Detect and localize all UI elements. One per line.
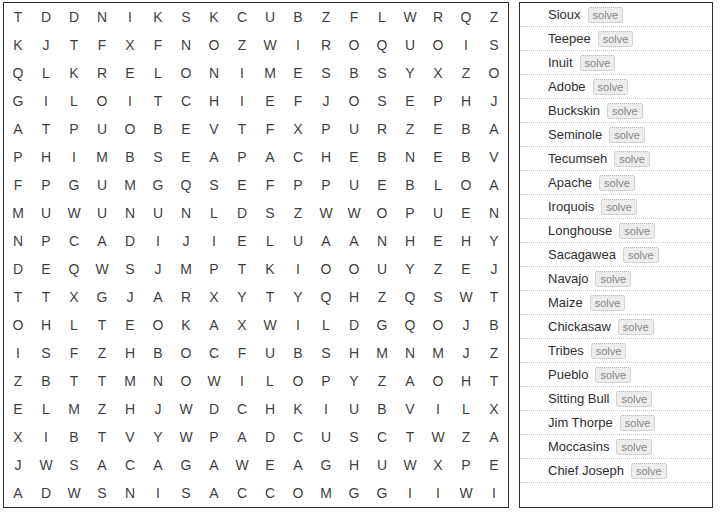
grid-cell[interactable]: Y [480,227,508,255]
grid-cell[interactable]: X [228,311,256,339]
grid-cell[interactable]: P [452,451,480,479]
grid-cell[interactable]: U [368,451,396,479]
grid-cell[interactable]: T [32,115,60,143]
grid-cell[interactable]: O [340,87,368,115]
grid-cell[interactable]: K [144,3,172,31]
grid-cell[interactable]: I [116,87,144,115]
grid-cell[interactable]: L [32,395,60,423]
grid-cell[interactable]: Z [368,367,396,395]
grid-cell[interactable]: Q [60,255,88,283]
grid-cell[interactable]: U [256,339,284,367]
grid-cell[interactable]: J [172,227,200,255]
grid-cell[interactable]: E [256,87,284,115]
grid-cell[interactable]: U [144,199,172,227]
grid-cell[interactable]: E [480,451,508,479]
solve-button[interactable]: solve [607,103,643,119]
grid-cell[interactable]: D [32,3,60,31]
grid-cell[interactable]: X [480,395,508,423]
grid-cell[interactable]: X [60,283,88,311]
grid-cell[interactable]: R [424,3,452,31]
grid-cell[interactable]: O [424,367,452,395]
grid-cell[interactable]: I [32,87,60,115]
grid-cell[interactable]: B [60,423,88,451]
grid-cell[interactable]: I [480,479,508,507]
solve-button[interactable]: solve [599,175,635,191]
grid-cell[interactable]: K [200,3,228,31]
grid-cell[interactable]: T [256,283,284,311]
grid-cell[interactable]: E [284,59,312,87]
grid-cell[interactable]: T [4,3,32,31]
grid-cell[interactable]: S [172,479,200,507]
grid-cell[interactable]: H [32,143,60,171]
grid-cell[interactable]: I [228,59,256,87]
grid-cell[interactable]: T [60,367,88,395]
grid-cell[interactable]: B [144,339,172,367]
grid-cell[interactable]: T [228,255,256,283]
grid-cell[interactable]: H [452,367,480,395]
grid-cell[interactable]: B [452,143,480,171]
grid-cell[interactable]: E [340,143,368,171]
grid-cell[interactable]: A [88,227,116,255]
solve-button[interactable]: solve [593,79,629,95]
grid-cell[interactable]: O [480,59,508,87]
grid-cell[interactable]: D [116,227,144,255]
grid-cell[interactable]: I [396,479,424,507]
grid-cell[interactable]: F [256,171,284,199]
grid-cell[interactable]: S [88,479,116,507]
grid-cell[interactable]: M [116,367,144,395]
grid-cell[interactable]: S [116,255,144,283]
solve-button[interactable]: solve [620,415,656,431]
grid-cell[interactable]: O [88,87,116,115]
grid-cell[interactable]: G [144,171,172,199]
grid-cell[interactable]: A [284,451,312,479]
grid-cell[interactable]: C [228,3,256,31]
grid-cell[interactable]: L [256,227,284,255]
grid-cell[interactable]: D [60,3,88,31]
grid-cell[interactable]: U [88,199,116,227]
grid-cell[interactable]: A [340,227,368,255]
grid-cell[interactable]: X [4,423,32,451]
grid-cell[interactable]: V [116,423,144,451]
grid-cell[interactable]: O [172,339,200,367]
grid-cell[interactable]: Z [284,199,312,227]
grid-cell[interactable]: N [4,227,32,255]
grid-cell[interactable]: I [424,395,452,423]
grid-cell[interactable]: U [340,171,368,199]
grid-cell[interactable]: C [228,479,256,507]
grid-cell[interactable]: Y [144,423,172,451]
grid-cell[interactable]: P [284,171,312,199]
grid-cell[interactable]: M [116,171,144,199]
grid-cell[interactable]: U [284,227,312,255]
grid-cell[interactable]: J [32,31,60,59]
grid-cell[interactable]: X [424,451,452,479]
grid-cell[interactable]: W [424,423,452,451]
grid-cell[interactable]: S [200,171,228,199]
grid-cell[interactable]: A [396,367,424,395]
grid-cell[interactable]: E [228,227,256,255]
solve-button[interactable]: solve [580,55,616,71]
grid-cell[interactable]: H [256,395,284,423]
grid-cell[interactable]: H [340,339,368,367]
grid-cell[interactable]: M [88,143,116,171]
grid-cell[interactable]: E [32,255,60,283]
grid-cell[interactable]: C [256,479,284,507]
grid-cell[interactable]: Y [228,283,256,311]
grid-cell[interactable]: R [88,59,116,87]
grid-cell[interactable]: O [144,311,172,339]
grid-cell[interactable]: E [424,115,452,143]
grid-cell[interactable]: Y [340,367,368,395]
grid-cell[interactable]: P [32,227,60,255]
solve-button[interactable]: solve [591,343,627,359]
grid-cell[interactable]: G [312,451,340,479]
grid-cell[interactable]: W [60,199,88,227]
grid-cell[interactable]: I [32,423,60,451]
grid-cell[interactable]: N [200,59,228,87]
grid-cell[interactable]: F [4,171,32,199]
grid-cell[interactable]: F [256,115,284,143]
grid-cell[interactable]: O [172,367,200,395]
solve-button[interactable]: solve [631,463,667,479]
grid-cell[interactable]: U [340,115,368,143]
grid-cell[interactable]: L [60,311,88,339]
grid-cell[interactable]: B [452,115,480,143]
grid-cell[interactable]: Z [88,395,116,423]
grid-cell[interactable]: C [200,339,228,367]
grid-cell[interactable]: G [172,451,200,479]
grid-cell[interactable]: P [396,199,424,227]
grid-cell[interactable]: T [4,283,32,311]
grid-cell[interactable]: M [4,199,32,227]
grid-cell[interactable]: G [340,479,368,507]
grid-cell[interactable]: H [452,227,480,255]
grid-cell[interactable]: I [116,3,144,31]
grid-cell[interactable]: S [368,87,396,115]
grid-cell[interactable]: A [480,115,508,143]
grid-cell[interactable]: G [60,171,88,199]
grid-cell[interactable]: Q [312,283,340,311]
grid-cell[interactable]: F [284,87,312,115]
grid-cell[interactable]: E [4,395,32,423]
grid-cell[interactable]: Y [396,59,424,87]
grid-cell[interactable]: B [116,143,144,171]
grid-cell[interactable]: R [368,115,396,143]
grid-cell[interactable]: O [172,59,200,87]
grid-cell[interactable]: E [172,143,200,171]
grid-cell[interactable]: H [340,283,368,311]
grid-cell[interactable]: C [284,423,312,451]
grid-cell[interactable]: Q [172,171,200,199]
grid-cell[interactable]: W [256,31,284,59]
grid-cell[interactable]: H [200,87,228,115]
grid-cell[interactable]: Z [452,423,480,451]
grid-cell[interactable]: W [228,451,256,479]
grid-cell[interactable]: T [396,423,424,451]
grid-cell[interactable]: S [312,339,340,367]
grid-cell[interactable]: N [116,479,144,507]
solve-button[interactable]: solve [590,295,626,311]
grid-cell[interactable]: N [144,367,172,395]
grid-cell[interactable]: P [200,255,228,283]
grid-cell[interactable]: W [60,479,88,507]
grid-cell[interactable]: O [340,255,368,283]
grid-cell[interactable]: T [60,31,88,59]
grid-cell[interactable]: X [200,283,228,311]
grid-cell[interactable]: S [340,423,368,451]
grid-cell[interactable]: A [228,423,256,451]
grid-cell[interactable]: F [144,31,172,59]
grid-cell[interactable]: U [88,171,116,199]
grid-cell[interactable]: N [172,31,200,59]
grid-cell[interactable]: H [32,311,60,339]
solve-button[interactable]: solve [595,367,631,383]
grid-cell[interactable]: J [144,395,172,423]
grid-cell[interactable]: B [368,395,396,423]
grid-cell[interactable]: A [480,423,508,451]
grid-cell[interactable]: H [340,451,368,479]
grid-cell[interactable]: B [480,311,508,339]
grid-cell[interactable]: J [4,451,32,479]
grid-cell[interactable]: P [424,87,452,115]
grid-cell[interactable]: I [284,255,312,283]
grid-cell[interactable]: D [200,395,228,423]
grid-cell[interactable]: C [116,451,144,479]
grid-cell[interactable]: E [396,87,424,115]
grid-cell[interactable]: G [88,283,116,311]
grid-cell[interactable]: E [424,143,452,171]
grid-cell[interactable]: A [200,143,228,171]
grid-cell[interactable]: P [312,171,340,199]
grid-cell[interactable]: Z [396,115,424,143]
grid-cell[interactable]: X [424,59,452,87]
grid-cell[interactable]: A [144,283,172,311]
grid-cell[interactable]: H [312,143,340,171]
solve-button[interactable]: solve [614,151,650,167]
grid-cell[interactable]: A [200,479,228,507]
grid-cell[interactable]: J [480,255,508,283]
grid-cell[interactable]: O [452,171,480,199]
grid-cell[interactable]: Z [480,339,508,367]
grid-cell[interactable]: V [480,143,508,171]
grid-cell[interactable]: D [228,199,256,227]
grid-cell[interactable]: R [172,283,200,311]
grid-cell[interactable]: I [284,311,312,339]
grid-cell[interactable]: E [368,171,396,199]
grid-cell[interactable]: I [4,339,32,367]
grid-cell[interactable]: E [172,115,200,143]
grid-cell[interactable]: D [340,311,368,339]
grid-cell[interactable]: E [424,227,452,255]
grid-cell[interactable]: S [256,199,284,227]
grid-cell[interactable]: T [228,115,256,143]
grid-cell[interactable]: P [228,143,256,171]
grid-cell[interactable]: S [424,283,452,311]
grid-cell[interactable]: F [340,3,368,31]
grid-cell[interactable]: S [60,451,88,479]
grid-cell[interactable]: B [32,367,60,395]
grid-cell[interactable]: W [312,199,340,227]
grid-cell[interactable]: N [88,3,116,31]
grid-cell[interactable]: G [368,479,396,507]
grid-cell[interactable]: L [312,311,340,339]
grid-cell[interactable]: O [4,311,32,339]
grid-cell[interactable]: I [228,367,256,395]
grid-cell[interactable]: P [32,171,60,199]
grid-cell[interactable]: O [312,255,340,283]
grid-cell[interactable]: P [312,115,340,143]
grid-cell[interactable]: Q [396,283,424,311]
grid-cell[interactable]: I [200,227,228,255]
solve-button[interactable]: solve [619,223,655,239]
grid-cell[interactable]: A [4,115,32,143]
grid-cell[interactable]: O [368,199,396,227]
grid-cell[interactable]: L [424,171,452,199]
grid-cell[interactable]: Z [4,367,32,395]
grid-cell[interactable]: R [312,31,340,59]
grid-cell[interactable]: B [144,115,172,143]
grid-cell[interactable]: B [284,3,312,31]
grid-cell[interactable]: L [452,395,480,423]
grid-cell[interactable]: C [284,143,312,171]
grid-cell[interactable]: H [116,395,144,423]
grid-cell[interactable]: M [368,339,396,367]
solve-button[interactable]: solve [601,199,637,215]
grid-cell[interactable]: U [340,395,368,423]
grid-cell[interactable]: C [368,423,396,451]
grid-cell[interactable]: O [424,31,452,59]
grid-cell[interactable]: A [480,171,508,199]
grid-cell[interactable]: P [60,115,88,143]
grid-cell[interactable]: W [172,395,200,423]
grid-cell[interactable]: M [312,479,340,507]
grid-cell[interactable]: Z [312,3,340,31]
solve-button[interactable]: solve [618,319,654,335]
grid-cell[interactable]: W [340,199,368,227]
grid-cell[interactable]: H [396,227,424,255]
grid-cell[interactable]: E [116,59,144,87]
grid-cell[interactable]: Q [396,311,424,339]
grid-cell[interactable]: N [396,143,424,171]
grid-cell[interactable]: T [88,311,116,339]
grid-cell[interactable]: W [396,451,424,479]
grid-cell[interactable]: A [144,451,172,479]
grid-cell[interactable]: O [424,311,452,339]
grid-cell[interactable]: U [256,3,284,31]
grid-cell[interactable]: U [32,199,60,227]
grid-cell[interactable]: Y [284,283,312,311]
grid-cell[interactable]: A [200,451,228,479]
grid-cell[interactable]: G [4,87,32,115]
grid-cell[interactable]: B [284,339,312,367]
grid-cell[interactable]: J [452,339,480,367]
grid-cell[interactable]: Q [368,31,396,59]
grid-cell[interactable]: C [60,227,88,255]
grid-cell[interactable]: K [4,31,32,59]
grid-cell[interactable]: E [452,199,480,227]
grid-cell[interactable]: O [284,367,312,395]
grid-cell[interactable]: U [396,31,424,59]
grid-cell[interactable]: O [284,479,312,507]
grid-cell[interactable]: Z [88,339,116,367]
grid-cell[interactable]: F [228,339,256,367]
grid-cell[interactable]: W [396,3,424,31]
grid-cell[interactable]: I [284,31,312,59]
grid-cell[interactable]: G [368,311,396,339]
grid-cell[interactable]: L [32,59,60,87]
solve-button[interactable]: solve [616,391,652,407]
grid-cell[interactable]: J [312,87,340,115]
grid-cell[interactable]: E [256,451,284,479]
grid-cell[interactable]: D [32,479,60,507]
grid-cell[interactable]: A [88,451,116,479]
grid-cell[interactable]: C [172,87,200,115]
grid-cell[interactable]: X [284,115,312,143]
grid-cell[interactable]: K [60,59,88,87]
grid-cell[interactable]: L [60,87,88,115]
grid-cell[interactable]: Q [4,59,32,87]
grid-cell[interactable]: D [4,255,32,283]
grid-cell[interactable]: M [256,59,284,87]
grid-cell[interactable]: U [424,199,452,227]
grid-cell[interactable]: P [200,423,228,451]
grid-cell[interactable]: W [200,367,228,395]
grid-cell[interactable]: L [256,367,284,395]
grid-cell[interactable]: S [312,59,340,87]
grid-cell[interactable]: T [88,423,116,451]
grid-cell[interactable]: B [368,143,396,171]
grid-cell[interactable]: W [256,311,284,339]
grid-cell[interactable]: H [116,339,144,367]
grid-cell[interactable]: L [368,3,396,31]
grid-cell[interactable]: S [480,31,508,59]
grid-cell[interactable]: V [396,395,424,423]
solve-button[interactable]: solve [616,439,652,455]
grid-cell[interactable]: T [144,87,172,115]
grid-cell[interactable]: L [200,199,228,227]
grid-cell[interactable]: S [32,339,60,367]
grid-cell[interactable]: H [452,87,480,115]
grid-cell[interactable]: K [172,311,200,339]
grid-cell[interactable]: W [452,283,480,311]
grid-cell[interactable]: T [480,367,508,395]
grid-cell[interactable]: I [144,227,172,255]
grid-cell[interactable]: Q [452,3,480,31]
grid-cell[interactable]: Z [228,31,256,59]
grid-cell[interactable]: T [480,283,508,311]
grid-cell[interactable]: L [144,59,172,87]
grid-cell[interactable]: W [172,423,200,451]
grid-cell[interactable]: T [32,283,60,311]
grid-cell[interactable]: I [424,479,452,507]
grid-cell[interactable]: V [200,115,228,143]
grid-cell[interactable]: J [452,311,480,339]
grid-cell[interactable]: F [60,339,88,367]
grid-cell[interactable]: A [4,479,32,507]
grid-cell[interactable]: O [200,31,228,59]
grid-cell[interactable]: J [116,283,144,311]
grid-cell[interactable]: Z [424,255,452,283]
grid-cell[interactable]: W [88,255,116,283]
grid-cell[interactable]: U [368,255,396,283]
grid-cell[interactable]: U [88,115,116,143]
grid-cell[interactable]: P [4,143,32,171]
grid-cell[interactable]: X [116,31,144,59]
grid-cell[interactable]: W [452,479,480,507]
grid-cell[interactable]: N [368,227,396,255]
grid-cell[interactable]: E [228,171,256,199]
